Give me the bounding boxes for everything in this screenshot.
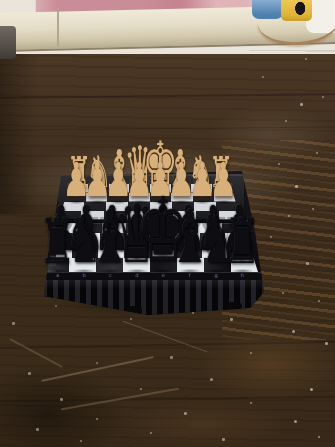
paint-speck <box>140 388 142 390</box>
board-gloss-near <box>40 221 262 273</box>
paint-speck <box>318 436 320 438</box>
paint-speck <box>230 318 233 321</box>
paint-speck <box>96 418 98 420</box>
table-vignette <box>0 330 180 447</box>
plank-seam <box>0 127 335 131</box>
paint-speck <box>312 208 314 210</box>
gray-object <box>0 26 16 59</box>
paint-speck <box>150 432 152 434</box>
board-gloss-far <box>58 176 244 221</box>
table-vignette <box>0 54 38 214</box>
paint-speck <box>28 372 31 375</box>
paint-speck <box>130 318 132 320</box>
paint-speck <box>305 58 307 60</box>
paint-speck <box>250 352 252 354</box>
wood-swirl <box>90 390 320 447</box>
paint-speck <box>222 438 225 441</box>
paint-speck <box>300 103 303 106</box>
table-scratch <box>61 388 180 411</box>
photo-scene: abcdefgh ♜♜♞♞♝♝♛♛♚♚♝♝♞♞♜♜♟♟♟♟♟♟♟♟♟♟♟♟♟♟♟… <box>0 0 335 447</box>
wood-swirl <box>160 310 335 420</box>
paint-speck <box>170 356 173 359</box>
table-scratch <box>123 321 208 353</box>
plank-seam <box>0 93 335 99</box>
paint-speck <box>306 262 309 265</box>
sill-joint-line <box>57 8 59 46</box>
plank-seam <box>0 396 335 403</box>
case-clasp[interactable] <box>250 232 266 241</box>
table-scratch <box>9 338 63 368</box>
paint-speck <box>322 96 324 98</box>
case-clasp[interactable] <box>242 220 260 232</box>
paint-speck <box>96 362 98 364</box>
paint-speck <box>325 342 328 345</box>
paint-speck <box>80 440 82 442</box>
paint-speck <box>262 76 264 78</box>
paint-speck <box>282 292 284 294</box>
paint-speck <box>278 163 280 165</box>
paint-speck <box>60 398 63 401</box>
paint-speck <box>210 378 213 381</box>
paint-speck <box>12 322 15 325</box>
paint-speck <box>250 402 252 404</box>
paint-speck <box>310 388 313 391</box>
paint-speck <box>270 236 272 238</box>
paint-speck <box>295 185 298 188</box>
paint-speck <box>288 215 290 217</box>
paint-speck <box>316 152 318 154</box>
hinge-knuckle <box>44 214 60 224</box>
paint-speck <box>36 428 39 431</box>
paint-speck <box>292 330 295 333</box>
chess-case <box>30 168 270 316</box>
paint-speck <box>294 420 297 423</box>
table-scratch <box>41 356 154 382</box>
table-light-sheen-2 <box>180 90 335 180</box>
paint-speck <box>318 300 320 302</box>
plank-seam <box>0 341 335 349</box>
paint-speck <box>184 412 187 415</box>
paint-speck <box>285 120 287 122</box>
board-hinge <box>56 220 246 223</box>
